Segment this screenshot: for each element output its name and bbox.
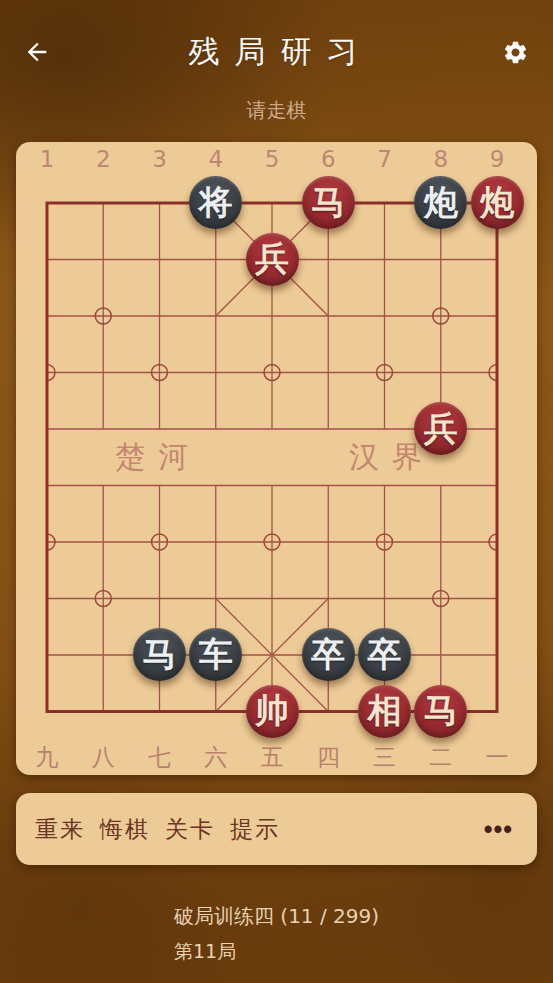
toolbar-button[interactable]: 悔棋 — [100, 814, 150, 845]
bottom-coordinates: 九八七六五四三二一 — [19, 740, 525, 774]
file-label: 7 — [356, 144, 412, 174]
toolbar-button[interactable]: 重来 — [35, 814, 85, 845]
toolbar-button[interactable]: 提示 — [230, 814, 280, 845]
file-label: 4 — [188, 144, 244, 174]
black-piece[interactable]: 卒 — [302, 628, 355, 681]
red-piece[interactable]: 兵 — [246, 233, 299, 286]
xiangqi-board: 123456789 九八七六五四三二一 楚河 汉界 将马炮炮兵兵马车卒卒帅相马 — [16, 142, 537, 775]
file-label: 9 — [469, 144, 525, 174]
file-label: 三 — [356, 740, 412, 774]
file-label: 六 — [188, 740, 244, 774]
status-text: 请走棋 — [0, 97, 553, 124]
file-label: 九 — [19, 740, 75, 774]
file-label: 5 — [244, 144, 300, 174]
red-piece[interactable]: 帅 — [246, 685, 299, 738]
more-dots-icon: ••• — [484, 815, 513, 843]
more-button[interactable]: ••• — [484, 817, 513, 842]
black-piece[interactable]: 炮 — [414, 176, 467, 229]
black-piece[interactable]: 将 — [189, 176, 242, 229]
app-bar: 残局研习 — [0, 26, 553, 78]
settings-button[interactable] — [493, 30, 537, 74]
top-coordinates: 123456789 — [19, 144, 525, 174]
training-set-label: 破局训练四 (11 / 299) — [174, 898, 379, 934]
red-piece[interactable]: 炮 — [471, 176, 524, 229]
puzzle-number-label: 第11局 — [174, 934, 379, 968]
board-grid[interactable]: 将马炮炮兵兵马车卒卒帅相马 — [19, 175, 525, 740]
footer: 破局训练四 (11 / 299) 第11局 — [0, 898, 553, 968]
toolbar-button[interactable]: 关卡 — [165, 814, 215, 845]
toolbar: 重来悔棋关卡提示 ••• — [16, 793, 537, 865]
page-title: 残局研习 — [0, 26, 553, 78]
black-piece[interactable]: 车 — [189, 628, 242, 681]
file-label: 1 — [19, 144, 75, 174]
file-label: 七 — [131, 740, 187, 774]
red-piece[interactable]: 马 — [414, 685, 467, 738]
file-label: 3 — [131, 144, 187, 174]
black-piece[interactable]: 马 — [133, 628, 186, 681]
file-label: 五 — [244, 740, 300, 774]
file-label: 四 — [300, 740, 356, 774]
red-piece[interactable]: 马 — [302, 176, 355, 229]
file-label: 2 — [75, 144, 131, 174]
red-piece[interactable]: 相 — [358, 685, 411, 738]
red-piece[interactable]: 兵 — [414, 402, 467, 455]
gear-icon — [502, 39, 529, 66]
file-label: 8 — [413, 144, 469, 174]
black-piece[interactable]: 卒 — [358, 628, 411, 681]
toolbar-buttons: 重来悔棋关卡提示 — [35, 814, 295, 845]
file-label: 6 — [300, 144, 356, 174]
file-label: 一 — [469, 740, 525, 774]
file-label: 八 — [75, 740, 131, 774]
file-label: 二 — [413, 740, 469, 774]
